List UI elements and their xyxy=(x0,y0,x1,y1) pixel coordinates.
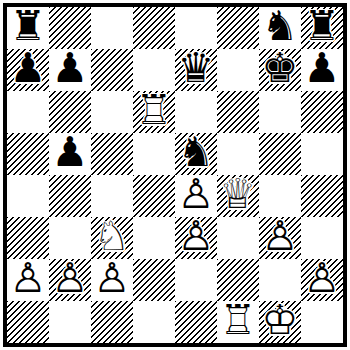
black-king: ♚ xyxy=(259,49,301,91)
square-b6[interactable] xyxy=(49,91,91,133)
square-g7[interactable]: ♚ xyxy=(259,49,301,91)
square-c4[interactable] xyxy=(91,175,133,217)
square-c2[interactable]: ♟♙ xyxy=(91,259,133,301)
square-e3[interactable]: ♟♙ xyxy=(175,217,217,259)
board-frame: ♜♞♜♟♟♛♚♟♜♖♟♞♟♙♛♕♞♘♟♙♟♙♟♙♟♙♟♙♟♙♜♖♚♔ xyxy=(3,3,347,347)
square-b3[interactable] xyxy=(49,217,91,259)
square-e2[interactable] xyxy=(175,259,217,301)
square-f3[interactable] xyxy=(217,217,259,259)
square-e4[interactable]: ♟♙ xyxy=(175,175,217,217)
square-a6[interactable] xyxy=(7,91,49,133)
square-h3[interactable] xyxy=(301,217,343,259)
square-g3[interactable]: ♟♙ xyxy=(259,217,301,259)
square-c7[interactable] xyxy=(91,49,133,91)
square-f7[interactable] xyxy=(217,49,259,91)
white-rook: ♜♖ xyxy=(133,91,175,133)
black-rook: ♜ xyxy=(301,7,343,49)
black-knight: ♞ xyxy=(175,133,217,175)
square-c1[interactable] xyxy=(91,301,133,343)
white-pawn: ♟♙ xyxy=(91,259,133,301)
white-pawn: ♟♙ xyxy=(301,259,343,301)
square-b2[interactable]: ♟♙ xyxy=(49,259,91,301)
square-e6[interactable] xyxy=(175,91,217,133)
black-pawn: ♟ xyxy=(301,49,343,91)
square-f8[interactable] xyxy=(217,7,259,49)
square-g1[interactable]: ♚♔ xyxy=(259,301,301,343)
square-g5[interactable] xyxy=(259,133,301,175)
square-a4[interactable] xyxy=(7,175,49,217)
black-knight: ♞ xyxy=(259,7,301,49)
square-h8[interactable]: ♜ xyxy=(301,7,343,49)
square-c8[interactable] xyxy=(91,7,133,49)
square-g2[interactable] xyxy=(259,259,301,301)
square-e5[interactable]: ♞ xyxy=(175,133,217,175)
square-d2[interactable] xyxy=(133,259,175,301)
chess-board: ♜♞♜♟♟♛♚♟♜♖♟♞♟♙♛♕♞♘♟♙♟♙♟♙♟♙♟♙♟♙♜♖♚♔ xyxy=(7,7,343,343)
square-a1[interactable] xyxy=(7,301,49,343)
square-h6[interactable] xyxy=(301,91,343,133)
square-d6[interactable]: ♜♖ xyxy=(133,91,175,133)
square-f4[interactable]: ♛♕ xyxy=(217,175,259,217)
white-pawn: ♟♙ xyxy=(175,217,217,259)
square-d1[interactable] xyxy=(133,301,175,343)
square-d8[interactable] xyxy=(133,7,175,49)
white-pawn: ♟♙ xyxy=(49,259,91,301)
square-f6[interactable] xyxy=(217,91,259,133)
square-h1[interactable] xyxy=(301,301,343,343)
square-a5[interactable] xyxy=(7,133,49,175)
square-b1[interactable] xyxy=(49,301,91,343)
black-queen: ♛ xyxy=(175,49,217,91)
black-rook: ♜ xyxy=(7,7,49,49)
white-pawn: ♟♙ xyxy=(175,175,217,217)
white-pawn: ♟♙ xyxy=(7,259,49,301)
square-b7[interactable]: ♟ xyxy=(49,49,91,91)
square-b4[interactable] xyxy=(49,175,91,217)
square-f2[interactable] xyxy=(217,259,259,301)
square-c3[interactable]: ♞♘ xyxy=(91,217,133,259)
square-h7[interactable]: ♟ xyxy=(301,49,343,91)
square-a8[interactable]: ♜ xyxy=(7,7,49,49)
black-pawn: ♟ xyxy=(49,49,91,91)
black-pawn: ♟ xyxy=(49,133,91,175)
square-h4[interactable] xyxy=(301,175,343,217)
square-c6[interactable] xyxy=(91,91,133,133)
square-h5[interactable] xyxy=(301,133,343,175)
white-knight: ♞♘ xyxy=(91,217,133,259)
square-b5[interactable]: ♟ xyxy=(49,133,91,175)
square-c5[interactable] xyxy=(91,133,133,175)
square-b8[interactable] xyxy=(49,7,91,49)
square-e8[interactable] xyxy=(175,7,217,49)
square-g6[interactable] xyxy=(259,91,301,133)
square-d5[interactable] xyxy=(133,133,175,175)
white-queen: ♛♕ xyxy=(217,175,259,217)
white-rook: ♜♖ xyxy=(217,301,259,343)
square-h2[interactable]: ♟♙ xyxy=(301,259,343,301)
square-g8[interactable]: ♞ xyxy=(259,7,301,49)
square-d4[interactable] xyxy=(133,175,175,217)
square-a2[interactable]: ♟♙ xyxy=(7,259,49,301)
black-pawn: ♟ xyxy=(7,49,49,91)
chess-diagram: ♜♞♜♟♟♛♚♟♜♖♟♞♟♙♛♕♞♘♟♙♟♙♟♙♟♙♟♙♟♙♜♖♚♔ xyxy=(0,0,350,350)
square-e1[interactable] xyxy=(175,301,217,343)
square-e7[interactable]: ♛ xyxy=(175,49,217,91)
square-a7[interactable]: ♟ xyxy=(7,49,49,91)
square-g4[interactable] xyxy=(259,175,301,217)
square-d3[interactable] xyxy=(133,217,175,259)
square-a3[interactable] xyxy=(7,217,49,259)
square-f5[interactable] xyxy=(217,133,259,175)
white-pawn: ♟♙ xyxy=(259,217,301,259)
white-king: ♚♔ xyxy=(259,301,301,343)
square-d7[interactable] xyxy=(133,49,175,91)
square-f1[interactable]: ♜♖ xyxy=(217,301,259,343)
